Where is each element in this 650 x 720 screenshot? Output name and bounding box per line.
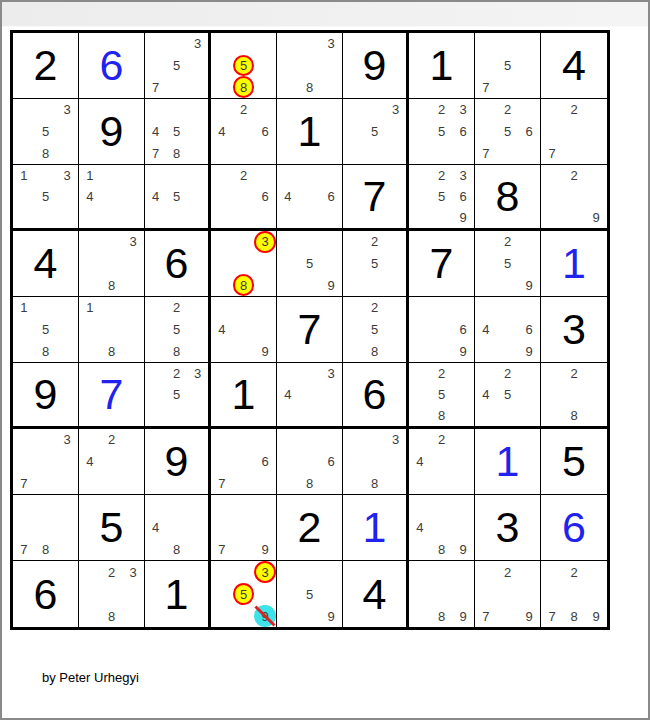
pencilmarks: 68 — [277, 429, 342, 494]
pencilmarks: 57 — [475, 33, 540, 98]
solved-digit: 1 — [430, 44, 454, 87]
candidate-2: 2 — [497, 99, 519, 121]
candidate-8: 8 — [233, 274, 255, 296]
pencilmarks: 58 — [211, 33, 276, 98]
candidate-8: 8 — [35, 142, 57, 164]
pencilmarks: 26 — [211, 165, 276, 228]
candidate-3: 3 — [56, 99, 78, 121]
candidate-8: 8 — [563, 405, 585, 426]
cell-r6c3[interactable]: 235 — [145, 363, 211, 429]
candidate-5: 5 — [166, 186, 187, 207]
candidate-2: 2 — [431, 165, 453, 186]
solved-digit: 6 — [100, 44, 124, 87]
cell-r8c5[interactable]: 2 — [277, 495, 343, 561]
candidate-9: 9 — [518, 605, 540, 627]
candidate-3: 3 — [320, 33, 342, 55]
cell-r1c4[interactable]: 58 — [211, 33, 277, 99]
solved-digit: 6 — [363, 373, 387, 416]
candidate-4: 4 — [211, 121, 233, 143]
cell-r4c9[interactable]: 1 — [541, 231, 607, 297]
pencilmarks: 35 — [343, 99, 406, 164]
cell-r8c1[interactable]: 78 — [13, 495, 79, 561]
pencilmarks: 258 — [145, 297, 208, 362]
pencilmarks: 158 — [13, 297, 78, 362]
pencilmarks: 38 — [343, 429, 406, 494]
candidate-9: 9 — [585, 207, 607, 228]
pencilmarks: 59 — [277, 231, 342, 296]
cell-r2c6[interactable]: 35 — [343, 99, 409, 165]
candidate-1: 1 — [79, 297, 101, 319]
candidate-3: 3 — [187, 33, 208, 55]
cell-r8c6[interactable]: 1 — [343, 495, 409, 561]
cell-r9c9[interactable]: 2789 — [541, 561, 607, 627]
solved-digit: 7 — [363, 175, 387, 218]
pencilmarks: 67 — [211, 429, 276, 494]
candidate-5: 5 — [497, 121, 519, 143]
candidate-9: 9 — [452, 605, 474, 627]
cell-r4c2[interactable]: 38 — [79, 231, 145, 297]
pencilmarks: 38 — [277, 33, 342, 98]
cell-r2c8[interactable]: 2567 — [475, 99, 541, 165]
candidate-7: 7 — [211, 538, 233, 560]
cell-r7c1[interactable]: 37 — [13, 429, 79, 495]
cell-r2c7[interactable]: 2356 — [409, 99, 475, 165]
candidate-1: 1 — [13, 297, 35, 319]
candidate-7: 7 — [145, 142, 166, 164]
candidate-5: 5 — [166, 55, 187, 77]
pencilmarks: 59 — [277, 561, 342, 627]
candidate-3: 3 — [452, 99, 474, 121]
solved-digit: 7 — [100, 373, 124, 416]
cell-r8c8[interactable]: 3 — [475, 495, 541, 561]
candidate-8: 8 — [299, 472, 321, 494]
cell-r7c6[interactable]: 38 — [343, 429, 409, 495]
candidate-2: 2 — [364, 231, 385, 253]
cell-r1c7[interactable]: 1 — [409, 33, 475, 99]
cell-r9c3[interactable]: 1 — [145, 561, 211, 627]
candidate-5: 5 — [35, 319, 57, 341]
cell-r5c6[interactable]: 258 — [343, 297, 409, 363]
pencilmarks: 89 — [409, 561, 474, 627]
candidate-3: 3 — [320, 363, 342, 384]
solved-digit: 4 — [363, 573, 387, 616]
candidate-6: 6 — [518, 121, 540, 143]
pencilmarks: 245 — [475, 363, 540, 426]
cell-r6c9[interactable]: 28 — [541, 363, 607, 429]
candidate-8: 8 — [364, 340, 385, 362]
pencilmarks: 489 — [409, 495, 474, 560]
candidate-7: 7 — [475, 76, 497, 98]
cell-r3c8[interactable]: 8 — [475, 165, 541, 231]
solved-digit: 6 — [34, 573, 58, 616]
cell-r8c9[interactable]: 6 — [541, 495, 607, 561]
solved-digit: 1 — [363, 506, 387, 549]
candidate-5: 5 — [364, 253, 385, 275]
candidate-2: 2 — [101, 561, 123, 583]
candidate-3: 3 — [452, 165, 474, 186]
candidate-6: 6 — [452, 319, 474, 341]
solved-digit: 9 — [165, 440, 189, 483]
cell-r9c8[interactable]: 279 — [475, 561, 541, 627]
candidate-3: 3 — [187, 363, 208, 384]
solved-digit: 1 — [232, 373, 256, 416]
cell-r6c7[interactable]: 258 — [409, 363, 475, 429]
cell-r2c9[interactable]: 27 — [541, 99, 607, 165]
candidate-6: 6 — [254, 121, 276, 143]
solved-digit: 1 — [496, 440, 520, 483]
cell-r7c5[interactable]: 68 — [277, 429, 343, 495]
candidate-4: 4 — [475, 319, 497, 341]
cell-r2c2[interactable]: 9 — [79, 99, 145, 165]
sudoku-board: 2635758389157435894578246135235625672713… — [10, 30, 610, 630]
solved-digit: 3 — [562, 308, 586, 351]
cell-r5c1[interactable]: 158 — [13, 297, 79, 363]
candidate-2: 2 — [166, 297, 187, 319]
candidate-3: 3 — [56, 429, 78, 451]
cell-r6c2[interactable]: 7 — [79, 363, 145, 429]
cell-r2c4[interactable]: 246 — [211, 99, 277, 165]
pencilmarks: 24 — [79, 429, 144, 494]
candidate-5: 5 — [166, 121, 187, 143]
candidate-9: 9 — [320, 605, 342, 627]
candidate-9: 9 — [518, 274, 540, 296]
cell-r3c2[interactable]: 14 — [79, 165, 145, 231]
pencilmarks: 27 — [541, 99, 607, 164]
candidate-4: 4 — [475, 384, 497, 405]
pencilmarks: 2356 — [409, 99, 474, 164]
cell-r5c5[interactable]: 7 — [277, 297, 343, 363]
cell-r8c7[interactable]: 489 — [409, 495, 475, 561]
candidate-5: 5 — [364, 121, 385, 143]
candidate-9: 9 — [254, 605, 276, 627]
candidate-8: 8 — [431, 538, 453, 560]
candidate-6: 6 — [320, 186, 342, 207]
cell-r6c5[interactable]: 34 — [277, 363, 343, 429]
solved-digit: 9 — [363, 44, 387, 87]
candidate-5: 5 — [166, 384, 187, 405]
candidate-7: 7 — [541, 605, 563, 627]
solved-digit: 5 — [100, 506, 124, 549]
cell-r3c9[interactable]: 29 — [541, 165, 607, 231]
candidate-9: 9 — [320, 274, 342, 296]
solved-digit: 9 — [34, 373, 58, 416]
pencilmarks: 4578 — [145, 99, 208, 164]
candidate-5: 5 — [233, 583, 255, 605]
cell-r3c3[interactable]: 45 — [145, 165, 211, 231]
solved-digit: 2 — [34, 44, 58, 87]
candidate-2: 2 — [431, 429, 453, 451]
candidate-4: 4 — [277, 186, 299, 207]
candidate-1: 1 — [79, 165, 101, 186]
cell-r1c8[interactable]: 57 — [475, 33, 541, 99]
pencilmarks: 38 — [79, 231, 144, 296]
candidate-2: 2 — [364, 297, 385, 319]
pencilmarks: 279 — [475, 561, 540, 627]
candidate-2: 2 — [497, 231, 519, 253]
candidate-3: 3 — [56, 165, 78, 186]
candidate-8: 8 — [166, 340, 187, 362]
candidate-8: 8 — [35, 538, 57, 560]
cell-r7c7[interactable]: 24 — [409, 429, 475, 495]
solved-digit: 3 — [496, 506, 520, 549]
candidate-3: 3 — [254, 231, 276, 253]
cell-r1c6[interactable]: 9 — [343, 33, 409, 99]
pencilmarks: 18 — [79, 297, 144, 362]
candidate-6: 6 — [452, 121, 474, 143]
candidate-2: 2 — [233, 99, 255, 121]
pencilmarks: 69 — [409, 297, 474, 362]
cell-r5c7[interactable]: 69 — [409, 297, 475, 363]
candidate-2: 2 — [563, 99, 585, 121]
candidate-4: 4 — [409, 517, 431, 539]
candidate-7: 7 — [211, 472, 233, 494]
app-window: 2635758389157435894578246135235625672713… — [0, 0, 650, 720]
cell-r4c4[interactable]: 38 — [211, 231, 277, 297]
cell-r6c1[interactable]: 9 — [13, 363, 79, 429]
pencilmarks: 259 — [475, 231, 540, 296]
solved-digit: 1 — [298, 110, 322, 153]
candidate-2: 2 — [563, 363, 585, 384]
pencilmarks: 34 — [277, 363, 342, 426]
pencilmarks: 25 — [343, 231, 406, 296]
pencilmarks: 135 — [13, 165, 78, 228]
cell-r9c1[interactable]: 6 — [13, 561, 79, 627]
cell-r2c1[interactable]: 358 — [13, 99, 79, 165]
cell-r3c7[interactable]: 23569 — [409, 165, 475, 231]
candidate-4: 4 — [79, 451, 101, 473]
pencilmarks: 235 — [145, 363, 208, 426]
candidate-4: 4 — [409, 451, 431, 473]
cell-r9c7[interactable]: 89 — [409, 561, 475, 627]
cell-r9c5[interactable]: 59 — [277, 561, 343, 627]
candidate-2: 2 — [431, 99, 453, 121]
candidate-2: 2 — [233, 165, 255, 186]
solved-digit: 1 — [562, 242, 586, 285]
cell-r7c8[interactable]: 1 — [475, 429, 541, 495]
pencilmarks: 45 — [145, 165, 208, 228]
pencilmarks: 2567 — [475, 99, 540, 164]
candidate-9: 9 — [452, 538, 474, 560]
candidate-7: 7 — [475, 142, 497, 164]
candidate-7: 7 — [475, 605, 497, 627]
candidate-3: 3 — [385, 99, 406, 121]
candidate-8: 8 — [101, 340, 123, 362]
candidate-8: 8 — [431, 605, 453, 627]
candidate-3: 3 — [385, 429, 406, 451]
pencilmarks: 78 — [13, 495, 78, 560]
cell-r4c6[interactable]: 25 — [343, 231, 409, 297]
pencilmarks: 49 — [211, 297, 276, 362]
cell-r8c4[interactable]: 79 — [211, 495, 277, 561]
pencilmarks: 38 — [211, 231, 276, 296]
solved-digit: 4 — [562, 44, 586, 87]
candidate-5: 5 — [431, 384, 453, 405]
solved-digit: 6 — [165, 242, 189, 285]
solved-digit: 5 — [562, 440, 586, 483]
candidate-6: 6 — [452, 186, 474, 207]
candidate-6: 6 — [254, 186, 276, 207]
toolbar-area — [2, 2, 648, 27]
candidate-4: 4 — [79, 186, 101, 207]
candidate-5: 5 — [497, 384, 519, 405]
pencilmarks: 28 — [541, 363, 607, 426]
cell-r4c8[interactable]: 259 — [475, 231, 541, 297]
cell-r6c4[interactable]: 1 — [211, 363, 277, 429]
solved-digit: 8 — [496, 175, 520, 218]
cell-r4c5[interactable]: 59 — [277, 231, 343, 297]
candidate-2: 2 — [101, 429, 123, 451]
candidate-9: 9 — [585, 605, 607, 627]
candidate-5: 5 — [431, 186, 453, 207]
candidate-8: 8 — [35, 340, 57, 362]
candidate-7: 7 — [541, 142, 563, 164]
candidate-8: 8 — [101, 274, 123, 296]
pencilmarks: 48 — [145, 495, 208, 560]
candidate-9: 9 — [452, 340, 474, 362]
candidate-2: 2 — [563, 561, 585, 583]
candidate-9: 9 — [254, 538, 276, 560]
cell-r7c4[interactable]: 67 — [211, 429, 277, 495]
cell-r9c6[interactable]: 4 — [343, 561, 409, 627]
candidate-3: 3 — [122, 561, 144, 583]
cell-r3c6[interactable]: 7 — [343, 165, 409, 231]
cell-r6c6[interactable]: 6 — [343, 363, 409, 429]
candidate-5: 5 — [35, 186, 57, 207]
pencilmarks: 238 — [79, 561, 144, 627]
cell-r3c5[interactable]: 46 — [277, 165, 343, 231]
candidate-5: 5 — [166, 319, 187, 341]
candidate-5: 5 — [364, 319, 385, 341]
cell-r2c5[interactable]: 1 — [277, 99, 343, 165]
candidate-9: 9 — [452, 207, 474, 228]
pencilmarks: 24 — [409, 429, 474, 494]
cell-r1c3[interactable]: 357 — [145, 33, 211, 99]
cell-r2c3[interactable]: 4578 — [145, 99, 211, 165]
candidate-8: 8 — [431, 405, 453, 426]
cell-r8c3[interactable]: 48 — [145, 495, 211, 561]
author-caption: by Peter Urhegyi — [42, 670, 139, 685]
pencilmarks: 14 — [79, 165, 144, 228]
candidate-5: 5 — [299, 253, 321, 275]
candidate-8: 8 — [101, 605, 123, 627]
candidate-5: 5 — [497, 55, 519, 77]
candidate-5: 5 — [299, 583, 321, 605]
pencilmarks: 37 — [13, 429, 78, 494]
cell-r4c1[interactable]: 4 — [13, 231, 79, 297]
cell-r1c5[interactable]: 38 — [277, 33, 343, 99]
candidate-4: 4 — [145, 186, 166, 207]
candidate-3: 3 — [122, 231, 144, 253]
solved-digit: 2 — [298, 506, 322, 549]
cell-r9c2[interactable]: 238 — [79, 561, 145, 627]
cell-r5c8[interactable]: 469 — [475, 297, 541, 363]
cell-r5c4[interactable]: 49 — [211, 297, 277, 363]
candidate-8: 8 — [233, 76, 255, 98]
cell-r7c3[interactable]: 9 — [145, 429, 211, 495]
candidate-2: 2 — [166, 363, 187, 384]
candidate-8: 8 — [166, 142, 187, 164]
pencilmarks: 357 — [145, 33, 208, 98]
cell-r1c1[interactable]: 2 — [13, 33, 79, 99]
candidate-2: 2 — [497, 363, 519, 384]
cell-r1c2[interactable]: 6 — [79, 33, 145, 99]
pencilmarks: 2789 — [541, 561, 607, 627]
solved-digit: 6 — [562, 506, 586, 549]
candidate-3: 3 — [254, 561, 276, 583]
cell-r9c4[interactable]: 359 — [211, 561, 277, 627]
candidate-2: 2 — [431, 363, 453, 384]
pencilmarks: 246 — [211, 99, 276, 164]
pencilmarks: 358 — [13, 99, 78, 164]
candidate-6: 6 — [320, 451, 342, 473]
candidate-7: 7 — [13, 538, 35, 560]
cell-r5c9[interactable]: 3 — [541, 297, 607, 363]
candidate-7: 7 — [13, 472, 35, 494]
candidate-5: 5 — [431, 121, 453, 143]
pencilmarks: 258 — [343, 297, 406, 362]
candidate-5: 5 — [233, 55, 255, 77]
candidate-8: 8 — [166, 538, 187, 560]
candidate-1: 1 — [13, 165, 35, 186]
cell-r1c9[interactable]: 4 — [541, 33, 607, 99]
cell-r4c3[interactable]: 6 — [145, 231, 211, 297]
solved-digit: 7 — [298, 308, 322, 351]
candidate-4: 4 — [211, 319, 233, 341]
solved-digit: 9 — [100, 110, 124, 153]
solved-digit: 1 — [165, 573, 189, 616]
candidate-4: 4 — [145, 517, 166, 539]
solved-digit: 4 — [34, 242, 58, 285]
cell-r8c2[interactable]: 5 — [79, 495, 145, 561]
candidate-7: 7 — [145, 76, 166, 98]
pencilmarks: 469 — [475, 297, 540, 362]
candidate-8: 8 — [299, 76, 321, 98]
pencilmarks: 46 — [277, 165, 342, 228]
pencilmarks: 79 — [211, 495, 276, 560]
candidate-5: 5 — [497, 253, 519, 275]
candidate-4: 4 — [277, 384, 299, 405]
candidate-6: 6 — [254, 451, 276, 473]
cell-r5c3[interactable]: 258 — [145, 297, 211, 363]
pencilmarks: 29 — [541, 165, 607, 228]
pencilmarks: 258 — [409, 363, 474, 426]
cell-r3c4[interactable]: 26 — [211, 165, 277, 231]
cell-r6c8[interactable]: 245 — [475, 363, 541, 429]
pencilmarks: 359 — [211, 561, 276, 627]
pencilmarks: 23569 — [409, 165, 474, 228]
cell-r7c9[interactable]: 5 — [541, 429, 607, 495]
candidate-2: 2 — [563, 165, 585, 186]
cell-r4c7[interactable]: 7 — [409, 231, 475, 297]
candidate-2: 2 — [497, 561, 519, 583]
cell-r5c2[interactable]: 18 — [79, 297, 145, 363]
candidate-9: 9 — [518, 340, 540, 362]
candidate-8: 8 — [563, 605, 585, 627]
candidate-8: 8 — [364, 472, 385, 494]
candidate-9: 9 — [254, 340, 276, 362]
candidate-4: 4 — [145, 121, 166, 143]
candidate-5: 5 — [35, 121, 57, 143]
candidate-6: 6 — [518, 319, 540, 341]
cell-r3c1[interactable]: 135 — [13, 165, 79, 231]
cell-r7c2[interactable]: 24 — [79, 429, 145, 495]
solved-digit: 7 — [430, 242, 454, 285]
